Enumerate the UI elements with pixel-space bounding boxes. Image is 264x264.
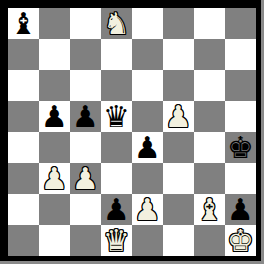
square-a6[interactable]: [8, 70, 39, 101]
piece-white-king[interactable]: ♚: [227, 225, 254, 256]
square-a8[interactable]: ♝: [8, 8, 39, 39]
square-e5[interactable]: [132, 101, 163, 132]
square-b7[interactable]: [39, 39, 70, 70]
square-a3[interactable]: [8, 163, 39, 194]
square-h1[interactable]: ♚: [225, 225, 256, 256]
square-h8[interactable]: [225, 8, 256, 39]
square-c7[interactable]: [70, 39, 101, 70]
square-c3[interactable]: ♟: [70, 163, 101, 194]
square-d1[interactable]: ♛: [101, 225, 132, 256]
piece-white-pawn[interactable]: ♟: [165, 101, 192, 132]
square-d7[interactable]: [101, 39, 132, 70]
square-h3[interactable]: [225, 163, 256, 194]
square-a7[interactable]: [8, 39, 39, 70]
square-a2[interactable]: [8, 194, 39, 225]
square-d6[interactable]: [101, 70, 132, 101]
square-c6[interactable]: [70, 70, 101, 101]
chess-board: ♝♞♟♟♛♟♟♚♟♟♟♟♝♟♛♚: [8, 8, 256, 256]
square-a1[interactable]: [8, 225, 39, 256]
piece-white-bishop[interactable]: ♝: [196, 194, 223, 225]
chess-board-frame: ♝♞♟♟♛♟♟♚♟♟♟♟♝♟♛♚: [0, 0, 264, 264]
square-g7[interactable]: [194, 39, 225, 70]
square-h6[interactable]: [225, 70, 256, 101]
square-f6[interactable]: [163, 70, 194, 101]
piece-black-pawn[interactable]: ♟: [72, 101, 99, 132]
square-f1[interactable]: [163, 225, 194, 256]
square-d4[interactable]: [101, 132, 132, 163]
piece-black-queen[interactable]: ♛: [103, 101, 130, 132]
square-c2[interactable]: [70, 194, 101, 225]
square-h5[interactable]: [225, 101, 256, 132]
square-a5[interactable]: [8, 101, 39, 132]
square-d8[interactable]: ♞: [101, 8, 132, 39]
square-h4[interactable]: ♚: [225, 132, 256, 163]
piece-white-queen[interactable]: ♛: [103, 225, 130, 256]
square-b4[interactable]: [39, 132, 70, 163]
square-b3[interactable]: ♟: [39, 163, 70, 194]
square-c5[interactable]: ♟: [70, 101, 101, 132]
square-d3[interactable]: [101, 163, 132, 194]
square-b1[interactable]: [39, 225, 70, 256]
piece-black-pawn[interactable]: ♟: [41, 101, 68, 132]
square-h2[interactable]: ♟: [225, 194, 256, 225]
square-g6[interactable]: [194, 70, 225, 101]
square-b5[interactable]: ♟: [39, 101, 70, 132]
piece-black-pawn[interactable]: ♟: [227, 194, 254, 225]
piece-black-pawn[interactable]: ♟: [134, 132, 161, 163]
square-f3[interactable]: [163, 163, 194, 194]
square-b8[interactable]: [39, 8, 70, 39]
square-f8[interactable]: [163, 8, 194, 39]
square-c1[interactable]: [70, 225, 101, 256]
piece-white-pawn[interactable]: ♟: [134, 194, 161, 225]
square-a4[interactable]: [8, 132, 39, 163]
square-c4[interactable]: [70, 132, 101, 163]
square-g1[interactable]: [194, 225, 225, 256]
piece-black-pawn[interactable]: ♟: [103, 194, 130, 225]
square-g4[interactable]: [194, 132, 225, 163]
square-d2[interactable]: ♟: [101, 194, 132, 225]
square-f4[interactable]: [163, 132, 194, 163]
square-g2[interactable]: ♝: [194, 194, 225, 225]
piece-white-pawn[interactable]: ♟: [41, 163, 68, 194]
square-e6[interactable]: [132, 70, 163, 101]
square-g3[interactable]: [194, 163, 225, 194]
square-h7[interactable]: [225, 39, 256, 70]
square-b6[interactable]: [39, 70, 70, 101]
piece-white-knight[interactable]: ♞: [103, 8, 130, 39]
square-e3[interactable]: [132, 163, 163, 194]
square-g8[interactable]: [194, 8, 225, 39]
square-d5[interactable]: ♛: [101, 101, 132, 132]
square-f2[interactable]: [163, 194, 194, 225]
square-g5[interactable]: [194, 101, 225, 132]
square-c8[interactable]: [70, 8, 101, 39]
square-e4[interactable]: ♟: [132, 132, 163, 163]
piece-white-pawn[interactable]: ♟: [72, 163, 99, 194]
square-e7[interactable]: [132, 39, 163, 70]
piece-black-king[interactable]: ♚: [227, 132, 254, 163]
square-e2[interactable]: ♟: [132, 194, 163, 225]
square-b2[interactable]: [39, 194, 70, 225]
square-f5[interactable]: ♟: [163, 101, 194, 132]
square-e1[interactable]: [132, 225, 163, 256]
square-e8[interactable]: [132, 8, 163, 39]
square-f7[interactable]: [163, 39, 194, 70]
piece-black-bishop[interactable]: ♝: [10, 8, 37, 39]
